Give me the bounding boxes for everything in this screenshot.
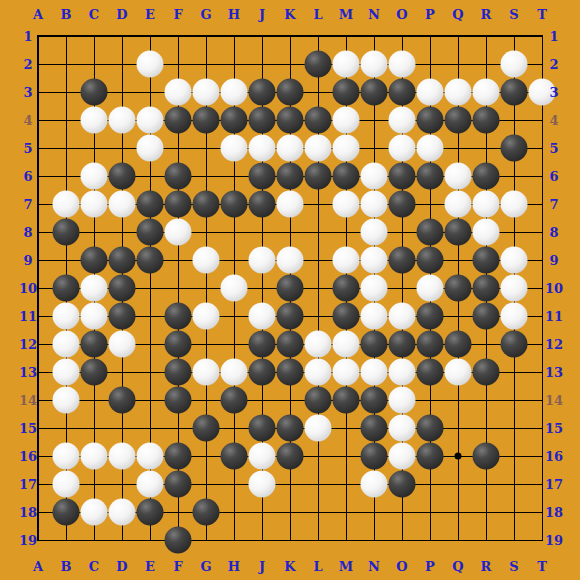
- black-stone-P4: [417, 107, 444, 134]
- row-label-7: 7: [23, 198, 32, 211]
- row-label-11: 11: [19, 310, 37, 323]
- white-stone-Q13: [445, 359, 472, 386]
- black-stone-M11: [333, 303, 360, 330]
- column-label-Q: Q: [452, 8, 463, 21]
- column-label-N: N: [368, 8, 380, 21]
- white-stone-J9: [249, 247, 276, 274]
- row-label-2: 2: [23, 58, 32, 71]
- black-stone-O9: [389, 247, 416, 274]
- row-label-8: 8: [549, 226, 558, 239]
- white-stone-M9: [333, 247, 360, 274]
- black-stone-F6: [165, 163, 192, 190]
- black-stone-F4: [165, 107, 192, 134]
- black-stone-K11: [277, 303, 304, 330]
- black-stone-O3: [389, 79, 416, 106]
- black-stone-S3: [501, 79, 528, 106]
- black-stone-L4: [305, 107, 332, 134]
- white-stone-P5: [417, 135, 444, 162]
- row-label-12: 12: [545, 338, 563, 351]
- column-label-D: D: [116, 560, 127, 573]
- white-stone-N17: [361, 471, 388, 498]
- column-label-A: A: [33, 560, 43, 573]
- white-stone-B11: [53, 303, 80, 330]
- white-stone-M13: [333, 359, 360, 386]
- row-label-17: 17: [19, 478, 37, 491]
- white-stone-O5: [389, 135, 416, 162]
- black-stone-L6: [305, 163, 332, 190]
- black-stone-B8: [53, 219, 80, 246]
- white-stone-R3: [473, 79, 500, 106]
- white-stone-E17: [137, 471, 164, 498]
- white-stone-F3: [165, 79, 192, 106]
- black-stone-D14: [109, 387, 136, 414]
- white-stone-G13: [193, 359, 220, 386]
- white-stone-M5: [333, 135, 360, 162]
- white-stone-P10: [417, 275, 444, 302]
- white-stone-S11: [501, 303, 528, 330]
- black-stone-J6: [249, 163, 276, 190]
- column-label-C: C: [89, 560, 99, 573]
- white-stone-O4: [389, 107, 416, 134]
- black-stone-M3: [333, 79, 360, 106]
- white-stone-L15: [305, 415, 332, 442]
- white-stone-E5: [137, 135, 164, 162]
- black-stone-J15: [249, 415, 276, 442]
- white-stone-K5: [277, 135, 304, 162]
- row-label-12: 12: [19, 338, 37, 351]
- black-stone-E7: [137, 191, 164, 218]
- white-stone-S7: [501, 191, 528, 218]
- column-label-S: S: [509, 8, 518, 21]
- column-label-R: R: [481, 8, 492, 21]
- column-label-H: H: [228, 8, 240, 21]
- column-label-M: M: [339, 560, 353, 573]
- black-stone-S5: [501, 135, 528, 162]
- black-stone-F7: [165, 191, 192, 218]
- column-label-P: P: [425, 8, 435, 21]
- white-stone-H10: [221, 275, 248, 302]
- black-stone-P13: [417, 359, 444, 386]
- black-stone-K4: [277, 107, 304, 134]
- row-label-13: 13: [545, 366, 563, 379]
- white-stone-O2: [389, 51, 416, 78]
- black-stone-R13: [473, 359, 500, 386]
- black-stone-B10: [53, 275, 80, 302]
- black-stone-K10: [277, 275, 304, 302]
- row-label-2: 2: [549, 58, 558, 71]
- white-stone-N7: [361, 191, 388, 218]
- white-stone-K7: [277, 191, 304, 218]
- column-label-R: R: [481, 560, 492, 573]
- white-stone-M12: [333, 331, 360, 358]
- black-stone-R4: [473, 107, 500, 134]
- black-stone-P8: [417, 219, 444, 246]
- white-stone-N2: [361, 51, 388, 78]
- black-stone-O7: [389, 191, 416, 218]
- white-stone-D18: [109, 499, 136, 526]
- black-stone-D10: [109, 275, 136, 302]
- white-stone-M4: [333, 107, 360, 134]
- row-label-6: 6: [549, 170, 558, 183]
- black-stone-R10: [473, 275, 500, 302]
- black-stone-J13: [249, 359, 276, 386]
- white-stone-Q3: [445, 79, 472, 106]
- black-stone-R9: [473, 247, 500, 274]
- white-stone-O13: [389, 359, 416, 386]
- black-stone-Q8: [445, 219, 472, 246]
- column-label-K: K: [284, 560, 295, 573]
- black-stone-D6: [109, 163, 136, 190]
- black-stone-J12: [249, 331, 276, 358]
- white-stone-B16: [53, 443, 80, 470]
- black-stone-P9: [417, 247, 444, 274]
- row-label-9: 9: [23, 254, 32, 267]
- column-label-H: H: [228, 560, 240, 573]
- white-stone-R8: [473, 219, 500, 246]
- white-stone-O16: [389, 443, 416, 470]
- black-stone-K6: [277, 163, 304, 190]
- white-stone-C4: [81, 107, 108, 134]
- black-stone-O12: [389, 331, 416, 358]
- column-label-F: F: [173, 8, 182, 21]
- column-label-B: B: [61, 560, 72, 573]
- black-stone-F14: [165, 387, 192, 414]
- row-label-10: 10: [19, 282, 37, 295]
- black-stone-O17: [389, 471, 416, 498]
- black-stone-C9: [81, 247, 108, 274]
- white-stone-D7: [109, 191, 136, 218]
- white-stone-C7: [81, 191, 108, 218]
- white-stone-J16: [249, 443, 276, 470]
- black-stone-K12: [277, 331, 304, 358]
- white-stone-G9: [193, 247, 220, 274]
- row-label-5: 5: [549, 142, 558, 155]
- column-label-G: G: [200, 8, 211, 21]
- white-stone-N6: [361, 163, 388, 190]
- black-stone-J7: [249, 191, 276, 218]
- column-label-O: O: [396, 560, 407, 573]
- black-stone-M14: [333, 387, 360, 414]
- row-label-3: 3: [549, 86, 558, 99]
- black-stone-J4: [249, 107, 276, 134]
- black-stone-D9: [109, 247, 136, 274]
- white-stone-E4: [137, 107, 164, 134]
- white-stone-F8: [165, 219, 192, 246]
- white-stone-H13: [221, 359, 248, 386]
- black-stone-C3: [81, 79, 108, 106]
- white-stone-B12: [53, 331, 80, 358]
- black-stone-F12: [165, 331, 192, 358]
- black-stone-F19: [165, 527, 192, 554]
- white-stone-S2: [501, 51, 528, 78]
- column-label-M: M: [339, 8, 353, 21]
- black-stone-F13: [165, 359, 192, 386]
- column-label-Q: Q: [452, 560, 463, 573]
- column-label-T: T: [537, 8, 547, 21]
- white-stone-C18: [81, 499, 108, 526]
- column-label-K: K: [284, 8, 295, 21]
- row-label-18: 18: [545, 506, 563, 519]
- column-label-E: E: [145, 560, 155, 573]
- black-stone-C13: [81, 359, 108, 386]
- column-label-C: C: [89, 8, 99, 21]
- white-stone-C16: [81, 443, 108, 470]
- column-label-A: A: [33, 8, 43, 21]
- black-stone-F16: [165, 443, 192, 470]
- black-stone-P15: [417, 415, 444, 442]
- row-label-19: 19: [19, 534, 37, 547]
- white-stone-M7: [333, 191, 360, 218]
- white-stone-B13: [53, 359, 80, 386]
- row-label-16: 16: [545, 450, 563, 463]
- row-label-15: 15: [545, 422, 563, 435]
- column-label-J: J: [259, 560, 265, 573]
- white-stone-E16: [137, 443, 164, 470]
- white-stone-D16: [109, 443, 136, 470]
- white-stone-S9: [501, 247, 528, 274]
- white-stone-Q7: [445, 191, 472, 218]
- black-stone-Q4: [445, 107, 472, 134]
- column-label-P: P: [425, 560, 435, 573]
- white-stone-J11: [249, 303, 276, 330]
- row-label-5: 5: [23, 142, 32, 155]
- black-stone-N14: [361, 387, 388, 414]
- black-stone-Q12: [445, 331, 472, 358]
- black-stone-N16: [361, 443, 388, 470]
- black-stone-M6: [333, 163, 360, 190]
- black-stone-K16: [277, 443, 304, 470]
- white-stone-L5: [305, 135, 332, 162]
- white-stone-R7: [473, 191, 500, 218]
- black-stone-M10: [333, 275, 360, 302]
- row-label-14: 14: [545, 394, 563, 407]
- row-label-4: 4: [549, 114, 558, 127]
- white-stone-C10: [81, 275, 108, 302]
- white-stone-Q6: [445, 163, 472, 190]
- row-label-1: 1: [549, 30, 558, 43]
- white-stone-O11: [389, 303, 416, 330]
- black-stone-G15: [193, 415, 220, 442]
- row-label-14: 14: [19, 394, 37, 407]
- black-stone-N12: [361, 331, 388, 358]
- column-label-D: D: [116, 8, 127, 21]
- row-label-1: 1: [23, 30, 32, 43]
- black-stone-G18: [193, 499, 220, 526]
- black-stone-O6: [389, 163, 416, 190]
- white-stone-B14: [53, 387, 80, 414]
- white-stone-C6: [81, 163, 108, 190]
- black-stone-B18: [53, 499, 80, 526]
- black-stone-J3: [249, 79, 276, 106]
- row-label-3: 3: [23, 86, 32, 99]
- black-stone-R6: [473, 163, 500, 190]
- column-label-J: J: [259, 8, 265, 21]
- white-stone-O14: [389, 387, 416, 414]
- row-label-16: 16: [19, 450, 37, 463]
- black-stone-K3: [277, 79, 304, 106]
- black-stone-F11: [165, 303, 192, 330]
- black-stone-G4: [193, 107, 220, 134]
- white-stone-S10: [501, 275, 528, 302]
- black-stone-Q10: [445, 275, 472, 302]
- row-label-9: 9: [549, 254, 558, 267]
- black-stone-H16: [221, 443, 248, 470]
- black-stone-E8: [137, 219, 164, 246]
- black-stone-R16: [473, 443, 500, 470]
- white-stone-N11: [361, 303, 388, 330]
- white-stone-G11: [193, 303, 220, 330]
- white-stone-K9: [277, 247, 304, 274]
- white-stone-G3: [193, 79, 220, 106]
- white-stone-H3: [221, 79, 248, 106]
- white-stone-B7: [53, 191, 80, 218]
- star-point-Q16: [455, 453, 462, 460]
- white-stone-J17: [249, 471, 276, 498]
- white-stone-D4: [109, 107, 136, 134]
- white-stone-M2: [333, 51, 360, 78]
- black-stone-L2: [305, 51, 332, 78]
- column-label-S: S: [509, 560, 518, 573]
- white-stone-O15: [389, 415, 416, 442]
- column-label-T: T: [537, 560, 547, 573]
- white-stone-N10: [361, 275, 388, 302]
- black-stone-F17: [165, 471, 192, 498]
- column-label-E: E: [145, 8, 155, 21]
- black-stone-P6: [417, 163, 444, 190]
- column-label-L: L: [313, 560, 322, 573]
- row-label-7: 7: [549, 198, 558, 211]
- white-stone-D12: [109, 331, 136, 358]
- black-stone-H14: [221, 387, 248, 414]
- go-board-screenshot: AABBCCDDEEFFGGHHJJKKLLMMNNOOPPQQRRSSTT11…: [0, 0, 580, 580]
- column-label-O: O: [396, 8, 407, 21]
- column-label-N: N: [368, 560, 380, 573]
- row-label-8: 8: [23, 226, 32, 239]
- black-stone-K13: [277, 359, 304, 386]
- white-stone-N9: [361, 247, 388, 274]
- column-label-F: F: [173, 560, 182, 573]
- white-stone-C11: [81, 303, 108, 330]
- black-stone-E9: [137, 247, 164, 274]
- row-label-17: 17: [545, 478, 563, 491]
- row-label-6: 6: [23, 170, 32, 183]
- white-stone-N13: [361, 359, 388, 386]
- white-stone-J5: [249, 135, 276, 162]
- white-stone-P3: [417, 79, 444, 106]
- black-stone-K15: [277, 415, 304, 442]
- row-label-18: 18: [19, 506, 37, 519]
- black-stone-P12: [417, 331, 444, 358]
- black-stone-N15: [361, 415, 388, 442]
- white-stone-L12: [305, 331, 332, 358]
- column-label-L: L: [313, 8, 322, 21]
- row-label-11: 11: [545, 310, 563, 323]
- black-stone-D11: [109, 303, 136, 330]
- row-label-13: 13: [19, 366, 37, 379]
- black-stone-L14: [305, 387, 332, 414]
- black-stone-N3: [361, 79, 388, 106]
- white-stone-H5: [221, 135, 248, 162]
- black-stone-S12: [501, 331, 528, 358]
- row-label-19: 19: [545, 534, 563, 547]
- black-stone-R11: [473, 303, 500, 330]
- black-stone-E18: [137, 499, 164, 526]
- black-stone-H7: [221, 191, 248, 218]
- row-label-10: 10: [545, 282, 563, 295]
- column-label-B: B: [61, 8, 72, 21]
- white-stone-B17: [53, 471, 80, 498]
- column-label-G: G: [200, 560, 211, 573]
- black-stone-H4: [221, 107, 248, 134]
- black-stone-P16: [417, 443, 444, 470]
- black-stone-G7: [193, 191, 220, 218]
- black-stone-P11: [417, 303, 444, 330]
- row-label-15: 15: [19, 422, 37, 435]
- black-stone-C12: [81, 331, 108, 358]
- white-stone-L13: [305, 359, 332, 386]
- white-stone-E2: [137, 51, 164, 78]
- white-stone-N8: [361, 219, 388, 246]
- row-label-4: 4: [23, 114, 32, 127]
